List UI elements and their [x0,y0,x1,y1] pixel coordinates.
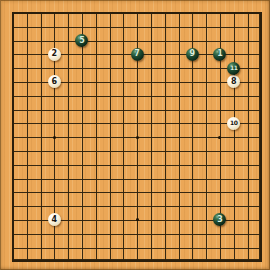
stone-white-8[interactable]: 8 [227,75,240,88]
board-point-d4: 4 [47,213,61,227]
board-point-k16: 7 [130,47,144,61]
move-number: 2 [52,51,58,59]
board-point-r15: 11 [227,61,241,75]
move-number: 11 [230,65,237,71]
stone-black-1[interactable]: 1 [213,48,226,61]
board-point-r11: 10 [227,116,241,130]
move-number: 4 [52,216,58,224]
board-point-d14: 6 [47,75,61,89]
move-number: 6 [52,78,58,86]
board-point-f17: 5 [75,34,89,48]
board-point-n16: 9 [185,47,199,61]
move-number: 8 [231,78,237,86]
stone-black-5[interactable]: 5 [75,34,88,47]
stone-white-10[interactable]: 10 [227,117,240,130]
stone-black-11[interactable]: 11 [227,62,240,75]
stone-white-4[interactable]: 4 [48,213,61,226]
move-number: 10 [230,121,237,127]
board-point-q16: 1 [213,47,227,61]
stone-black-9[interactable]: 9 [186,48,199,61]
stone-black-3[interactable]: 3 [213,213,226,226]
move-number: 1 [217,51,223,59]
stones-layer[interactable]: 1234567891011 [6,6,268,268]
board-point-q4: 3 [213,213,227,227]
board-point-r14: 8 [227,75,241,89]
board-point-d16: 2 [47,47,61,61]
go-board-diagram: 1234567891011 [0,0,270,270]
move-number: 3 [217,216,223,224]
stone-white-6[interactable]: 6 [48,75,61,88]
stone-black-7[interactable]: 7 [131,48,144,61]
move-number: 9 [190,51,196,59]
move-number: 5 [79,37,85,45]
stone-white-2[interactable]: 2 [48,48,61,61]
move-number: 7 [134,51,140,59]
